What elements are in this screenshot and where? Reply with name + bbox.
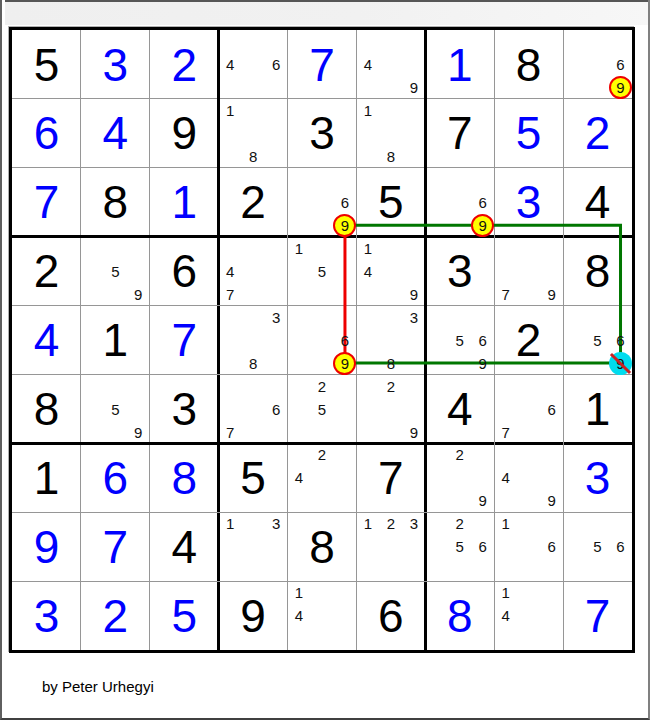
pencil-mark-9: 9: [127, 283, 150, 306]
given-digit: 8: [516, 42, 542, 88]
pencil-mark-1: 1: [219, 512, 242, 535]
pencil-mark-9: 9: [402, 76, 425, 99]
cell-r9c4[interactable]: 9: [219, 581, 288, 650]
given-digit: 1: [103, 317, 129, 363]
cell-r2c7[interactable]: 7: [425, 99, 494, 168]
cell-r9c3[interactable]: 5: [150, 581, 219, 650]
solved-digit: 7: [171, 317, 197, 363]
given-digit: 2: [240, 179, 266, 225]
cell-r7c9[interactable]: 3: [563, 444, 632, 513]
cell-r4c9[interactable]: 8: [563, 237, 632, 306]
cell-r1c1[interactable]: 5: [12, 30, 81, 99]
solved-digit: 3: [34, 593, 60, 639]
pencil-marks: 38: [219, 306, 288, 375]
cell-r2c1[interactable]: 6: [12, 99, 81, 168]
given-digit: 4: [585, 179, 611, 225]
cell-r1c3[interactable]: 2: [150, 30, 219, 99]
given-digit: 7: [447, 110, 473, 156]
pencil-mark-4: 4: [219, 53, 242, 76]
cell-r8c6[interactable]: 123: [356, 512, 425, 581]
solved-digit: 2: [103, 593, 129, 639]
pencil-mark-6: 6: [609, 535, 632, 558]
cell-r3c2[interactable]: 8: [81, 168, 150, 237]
pencil-mark-2: 2: [379, 375, 402, 398]
given-digit: 4: [447, 386, 473, 432]
cell-r1c5[interactable]: 7: [288, 30, 357, 99]
cell-r1c6[interactable]: 49: [356, 30, 425, 99]
cell-r3c7[interactable]: 69: [425, 168, 494, 237]
cell-r5c2[interactable]: 1: [81, 306, 150, 375]
solved-digit: 1: [447, 42, 473, 88]
given-digit: 8: [103, 179, 129, 225]
cell-r6c2[interactable]: 59: [81, 375, 150, 444]
pencil-mark-1: 1: [356, 512, 379, 535]
pencil-mark-9: 9: [402, 421, 425, 444]
pencil-marks: 24: [288, 444, 357, 513]
cell-r4c5[interactable]: 15: [288, 237, 357, 306]
cell-r2c5[interactable]: 3: [288, 99, 357, 168]
cell-r8c9[interactable]: 56: [563, 512, 632, 581]
cell-r8c2[interactable]: 7: [81, 512, 150, 581]
pencil-mark-2: 2: [448, 444, 471, 467]
cell-r2c9[interactable]: 2: [563, 99, 632, 168]
pencil-mark-9: 9: [127, 421, 150, 444]
pencil-mark-5: 5: [311, 260, 334, 283]
solved-digit: 3: [103, 42, 129, 88]
cell-r5c9[interactable]: 569: [563, 306, 632, 375]
pencil-marks: 59: [81, 237, 150, 306]
solved-digit: 8: [171, 455, 197, 501]
pencil-mark-6: 6: [471, 535, 494, 558]
sudoku-board: 5324674918696491831875278126956934259647…: [9, 27, 635, 653]
cell-r7c7[interactable]: 29: [425, 444, 494, 513]
solved-digit: 7: [34, 179, 60, 225]
cell-r3c9[interactable]: 4: [563, 168, 632, 237]
pencil-mark-5: 5: [448, 329, 471, 352]
pencil-mark-4: 4: [494, 466, 517, 489]
cell-r4c6[interactable]: 149: [356, 237, 425, 306]
cell-r5c3[interactable]: 7: [150, 306, 219, 375]
pencil-mark-8: 8: [242, 145, 265, 168]
cell-r9c8[interactable]: 14: [494, 581, 563, 650]
cell-r6c3[interactable]: 3: [150, 375, 219, 444]
cell-r5c8[interactable]: 2: [494, 306, 563, 375]
solved-digit: 3: [516, 179, 542, 225]
cell-r4c8[interactable]: 79: [494, 237, 563, 306]
solved-digit: 6: [34, 110, 60, 156]
cell-r3c8[interactable]: 3: [494, 168, 563, 237]
pencil-mark-6: 6: [333, 329, 356, 352]
pencil-mark-6: 6: [265, 398, 288, 421]
pencil-marks: 59: [81, 375, 150, 444]
pencil-marks: 67: [494, 375, 563, 444]
pencil-mark-8: 8: [379, 352, 402, 375]
circled-candidate-9: 9: [471, 214, 494, 237]
pencil-mark-2: 2: [311, 375, 334, 398]
pencil-marks: 29: [425, 444, 494, 513]
given-digit: 3: [171, 386, 197, 432]
pencil-marks: 569: [563, 306, 632, 375]
pencil-marks: 123: [356, 512, 425, 581]
solved-digit: 2: [171, 42, 197, 88]
solved-digit: 5: [516, 110, 542, 156]
given-digit: 1: [34, 455, 60, 501]
cell-r7c2[interactable]: 6: [81, 444, 150, 513]
cell-r6c9[interactable]: 1: [563, 375, 632, 444]
pencil-mark-5: 5: [104, 260, 127, 283]
cell-r4c1[interactable]: 2: [12, 237, 81, 306]
cell-r2c3[interactable]: 9: [150, 99, 219, 168]
board-cells: 5324674918696491831875278126956934259647…: [12, 30, 632, 650]
pencil-marks: 69: [425, 168, 494, 237]
pencil-mark-3: 3: [402, 306, 425, 329]
cell-r6c1[interactable]: 8: [12, 375, 81, 444]
cell-r9c2[interactable]: 2: [81, 581, 150, 650]
cell-r5c4[interactable]: 38: [219, 306, 288, 375]
cell-r3c5[interactable]: 69: [288, 168, 357, 237]
pencil-mark-6: 6: [333, 191, 356, 214]
pencil-mark-5: 5: [104, 398, 127, 421]
given-digit: 5: [240, 455, 266, 501]
given-digit: 1: [585, 386, 611, 432]
cell-r3c6[interactable]: 5: [356, 168, 425, 237]
cell-r8c3[interactable]: 4: [150, 512, 219, 581]
pencil-marks: 569: [425, 306, 494, 375]
pencil-marks: 13: [219, 512, 288, 581]
cell-r8c8[interactable]: 16: [494, 512, 563, 581]
pencil-marks: 25: [288, 375, 357, 444]
given-digit: 5: [34, 42, 60, 88]
pencil-marks: 18: [356, 99, 425, 168]
cell-r2c4[interactable]: 18: [219, 99, 288, 168]
pencil-marks: 18: [219, 99, 288, 168]
cell-r5c5[interactable]: 69: [288, 306, 357, 375]
cell-r2c6[interactable]: 18: [356, 99, 425, 168]
cell-r1c9[interactable]: 69: [563, 30, 632, 99]
pencil-marks: 256: [425, 512, 494, 581]
cell-r6c6[interactable]: 29: [356, 375, 425, 444]
pencil-mark-7: 7: [219, 283, 242, 306]
cell-r7c8[interactable]: 49: [494, 444, 563, 513]
cell-r6c8[interactable]: 67: [494, 375, 563, 444]
given-digit: 6: [171, 248, 197, 294]
cell-r9c1[interactable]: 3: [12, 581, 81, 650]
pencil-marks: 56: [563, 512, 632, 581]
pencil-mark-6: 6: [540, 398, 563, 421]
given-digit: 9: [240, 593, 266, 639]
cell-r4c2[interactable]: 59: [81, 237, 150, 306]
cell-r1c8[interactable]: 8: [494, 30, 563, 99]
cell-r6c5[interactable]: 25: [288, 375, 357, 444]
pencil-mark-4: 4: [219, 260, 242, 283]
circled-candidate-9: 9: [333, 352, 356, 375]
pencil-mark-5: 5: [586, 329, 609, 352]
pencil-mark-1: 1: [494, 581, 517, 604]
cell-r8c1[interactable]: 9: [12, 512, 81, 581]
pencil-mark-5: 5: [311, 398, 334, 421]
pencil-mark-3: 3: [265, 512, 288, 535]
attribution-text: by Peter Urhegyi: [42, 678, 154, 695]
cell-r7c6[interactable]: 7: [356, 444, 425, 513]
pencil-mark-1: 1: [288, 237, 311, 260]
pencil-mark-7: 7: [219, 421, 242, 444]
solved-digit: 3: [585, 455, 611, 501]
given-digit: 3: [309, 110, 335, 156]
pencil-marks: 69: [288, 306, 357, 375]
cell-r2c8[interactable]: 5: [494, 99, 563, 168]
pencil-mark-2: 2: [311, 444, 334, 467]
cell-r9c9[interactable]: 7: [563, 581, 632, 650]
pencil-marks: 15: [288, 237, 357, 306]
solved-digit: 8: [447, 593, 473, 639]
cell-r5c7[interactable]: 569: [425, 306, 494, 375]
given-digit: 4: [171, 524, 197, 570]
sudoku-app-page: 5324674918696491831875278126956934259647…: [0, 0, 650, 720]
cell-r7c3[interactable]: 8: [150, 444, 219, 513]
pencil-marks: 38: [356, 306, 425, 375]
pencil-marks: 49: [494, 444, 563, 513]
cell-r2c2[interactable]: 4: [81, 99, 150, 168]
cell-r3c4[interactable]: 2: [219, 168, 288, 237]
given-digit: 2: [516, 317, 542, 363]
pencil-mark-1: 1: [288, 581, 311, 604]
cell-r5c1[interactable]: 4: [12, 306, 81, 375]
cell-r7c1[interactable]: 1: [12, 444, 81, 513]
cell-r1c4[interactable]: 46: [219, 30, 288, 99]
pencil-marks: 67: [219, 375, 288, 444]
cell-r8c5[interactable]: 8: [288, 512, 357, 581]
header-bar: [5, 0, 648, 25]
pencil-mark-8: 8: [242, 352, 265, 375]
cell-r4c3[interactable]: 6: [150, 237, 219, 306]
pencil-marks: 79: [494, 237, 563, 306]
cell-r3c3[interactable]: 1: [150, 168, 219, 237]
eliminated-candidate-9: 9: [609, 352, 632, 375]
pencil-mark-7: 7: [494, 421, 517, 444]
pencil-mark-9: 9: [402, 283, 425, 306]
pencil-mark-6: 6: [471, 329, 494, 352]
pencil-mark-7: 7: [494, 283, 517, 306]
solved-digit: 7: [103, 524, 129, 570]
pencil-mark-9: 9: [471, 489, 494, 512]
circled-candidate-9: 9: [333, 214, 356, 237]
pencil-mark-6: 6: [609, 329, 632, 352]
pencil-marks: 29: [356, 375, 425, 444]
cell-r5c6[interactable]: 38: [356, 306, 425, 375]
given-digit: 9: [171, 110, 197, 156]
pencil-mark-4: 4: [288, 604, 311, 627]
cell-r1c7[interactable]: 1: [425, 30, 494, 99]
cell-r4c7[interactable]: 3: [425, 237, 494, 306]
pencil-mark-5: 5: [448, 535, 471, 558]
solved-digit: 7: [585, 593, 611, 639]
pencil-mark-6: 6: [471, 191, 494, 214]
given-digit: 8: [34, 386, 60, 432]
cell-r6c4[interactable]: 67: [219, 375, 288, 444]
pencil-mark-6: 6: [540, 535, 563, 558]
given-digit: 5: [378, 179, 404, 225]
pencil-mark-4: 4: [356, 260, 379, 283]
solved-digit: 6: [103, 455, 129, 501]
cell-r9c7[interactable]: 8: [425, 581, 494, 650]
given-digit: 7: [378, 455, 404, 501]
solved-digit: 4: [103, 110, 129, 156]
pencil-mark-3: 3: [265, 306, 288, 329]
pencil-mark-1: 1: [494, 512, 517, 535]
solved-digit: 4: [34, 317, 60, 363]
pencil-mark-9: 9: [540, 283, 563, 306]
given-digit: 8: [309, 524, 335, 570]
cell-r9c5[interactable]: 14: [288, 581, 357, 650]
pencil-mark-4: 4: [494, 604, 517, 627]
solved-digit: 2: [585, 110, 611, 156]
pencil-mark-4: 4: [288, 466, 311, 489]
cell-r7c5[interactable]: 24: [288, 444, 357, 513]
pencil-mark-2: 2: [379, 512, 402, 535]
solved-digit: 9: [34, 524, 60, 570]
pencil-mark-3: 3: [402, 512, 425, 535]
given-digit: 8: [585, 248, 611, 294]
given-digit: 2: [34, 248, 60, 294]
given-digit: 6: [378, 593, 404, 639]
cell-r7c4[interactable]: 5: [219, 444, 288, 513]
cell-r8c4[interactable]: 13: [219, 512, 288, 581]
solved-digit: 5: [171, 593, 197, 639]
pencil-marks: 16: [494, 512, 563, 581]
pencil-mark-1: 1: [356, 99, 379, 122]
given-digit: 3: [447, 248, 473, 294]
pencil-marks: 14: [288, 581, 357, 650]
cell-r3c1[interactable]: 7: [12, 168, 81, 237]
pencil-marks: 14: [494, 581, 563, 650]
pencil-marks: 46: [219, 30, 288, 99]
pencil-marks: 47: [219, 237, 288, 306]
pencil-mark-4: 4: [356, 53, 379, 76]
pencil-mark-9: 9: [471, 352, 494, 375]
solved-digit: 1: [171, 179, 197, 225]
pencil-mark-2: 2: [448, 512, 471, 535]
pencil-mark-5: 5: [586, 535, 609, 558]
pencil-mark-9: 9: [540, 489, 563, 512]
cell-r1c2[interactable]: 3: [81, 30, 150, 99]
pencil-mark-1: 1: [356, 237, 379, 260]
pencil-mark-6: 6: [265, 53, 288, 76]
pencil-mark-1: 1: [219, 99, 242, 122]
cell-r6c7[interactable]: 4: [425, 375, 494, 444]
solved-digit: 7: [309, 42, 335, 88]
pencil-marks: 69: [288, 168, 357, 237]
pencil-marks: 69: [563, 30, 632, 99]
pencil-mark-6: 6: [609, 53, 632, 76]
circled-candidate-9: 9: [609, 76, 632, 99]
cell-r9c6[interactable]: 6: [356, 581, 425, 650]
cell-r8c7[interactable]: 256: [425, 512, 494, 581]
cell-r4c4[interactable]: 47: [219, 237, 288, 306]
pencil-mark-8: 8: [379, 145, 402, 168]
pencil-marks: 49: [356, 30, 425, 99]
pencil-marks: 149: [356, 237, 425, 306]
